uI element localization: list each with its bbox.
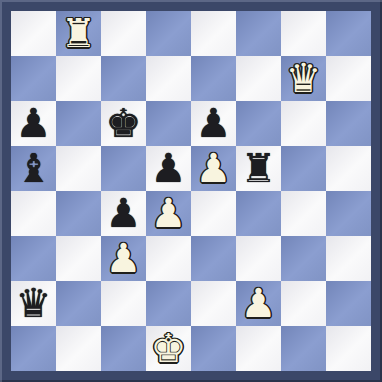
square-c7[interactable] bbox=[101, 56, 146, 101]
black-pawn[interactable]: ♟ bbox=[16, 101, 52, 146]
square-d3[interactable] bbox=[146, 236, 191, 281]
square-g8[interactable] bbox=[281, 11, 326, 56]
board-frame: ♜♛♟♚♟♝♟♟♜♟♟♟♛♟♚ bbox=[0, 0, 382, 382]
square-f5[interactable]: ♜ bbox=[236, 146, 281, 191]
square-d2[interactable] bbox=[146, 281, 191, 326]
square-b7[interactable] bbox=[56, 56, 101, 101]
square-a4[interactable] bbox=[11, 191, 56, 236]
black-bishop[interactable]: ♝ bbox=[16, 146, 52, 191]
square-c6[interactable]: ♚ bbox=[101, 101, 146, 146]
white-pawn[interactable]: ♟ bbox=[241, 281, 277, 326]
square-b1[interactable] bbox=[56, 326, 101, 371]
square-e4[interactable] bbox=[191, 191, 236, 236]
square-g2[interactable] bbox=[281, 281, 326, 326]
square-b3[interactable] bbox=[56, 236, 101, 281]
black-king[interactable]: ♚ bbox=[106, 101, 142, 146]
square-h7[interactable] bbox=[326, 56, 371, 101]
square-f1[interactable] bbox=[236, 326, 281, 371]
square-d7[interactable] bbox=[146, 56, 191, 101]
square-d4[interactable]: ♟ bbox=[146, 191, 191, 236]
black-pawn[interactable]: ♟ bbox=[151, 146, 187, 191]
square-a1[interactable] bbox=[11, 326, 56, 371]
square-b8[interactable]: ♜ bbox=[56, 11, 101, 56]
square-g7[interactable]: ♛ bbox=[281, 56, 326, 101]
black-pawn[interactable]: ♟ bbox=[106, 191, 142, 236]
chess-board: ♜♛♟♚♟♝♟♟♜♟♟♟♛♟♚ bbox=[11, 11, 371, 371]
square-b2[interactable] bbox=[56, 281, 101, 326]
square-g4[interactable] bbox=[281, 191, 326, 236]
square-a5[interactable]: ♝ bbox=[11, 146, 56, 191]
square-d8[interactable] bbox=[146, 11, 191, 56]
square-a7[interactable] bbox=[11, 56, 56, 101]
white-pawn[interactable]: ♟ bbox=[196, 146, 232, 191]
white-king[interactable]: ♚ bbox=[151, 326, 187, 371]
square-f6[interactable] bbox=[236, 101, 281, 146]
square-g3[interactable] bbox=[281, 236, 326, 281]
square-g1[interactable] bbox=[281, 326, 326, 371]
square-e5[interactable]: ♟ bbox=[191, 146, 236, 191]
square-g5[interactable] bbox=[281, 146, 326, 191]
square-h5[interactable] bbox=[326, 146, 371, 191]
white-pawn[interactable]: ♟ bbox=[106, 236, 142, 281]
black-queen[interactable]: ♛ bbox=[16, 281, 52, 326]
square-a6[interactable]: ♟ bbox=[11, 101, 56, 146]
white-pawn[interactable]: ♟ bbox=[151, 191, 187, 236]
square-a2[interactable]: ♛ bbox=[11, 281, 56, 326]
square-h2[interactable] bbox=[326, 281, 371, 326]
square-b6[interactable] bbox=[56, 101, 101, 146]
square-c3[interactable]: ♟ bbox=[101, 236, 146, 281]
square-a8[interactable] bbox=[11, 11, 56, 56]
square-e6[interactable]: ♟ bbox=[191, 101, 236, 146]
square-b5[interactable] bbox=[56, 146, 101, 191]
square-b4[interactable] bbox=[56, 191, 101, 236]
black-rook[interactable]: ♜ bbox=[241, 146, 277, 191]
square-e8[interactable] bbox=[191, 11, 236, 56]
square-f3[interactable] bbox=[236, 236, 281, 281]
square-d1[interactable]: ♚ bbox=[146, 326, 191, 371]
square-e1[interactable] bbox=[191, 326, 236, 371]
square-c1[interactable] bbox=[101, 326, 146, 371]
square-c8[interactable] bbox=[101, 11, 146, 56]
square-f4[interactable] bbox=[236, 191, 281, 236]
square-h3[interactable] bbox=[326, 236, 371, 281]
square-h8[interactable] bbox=[326, 11, 371, 56]
square-c4[interactable]: ♟ bbox=[101, 191, 146, 236]
square-g6[interactable] bbox=[281, 101, 326, 146]
white-rook[interactable]: ♜ bbox=[61, 11, 97, 56]
square-h4[interactable] bbox=[326, 191, 371, 236]
square-d6[interactable] bbox=[146, 101, 191, 146]
square-e3[interactable] bbox=[191, 236, 236, 281]
white-queen[interactable]: ♛ bbox=[286, 56, 322, 101]
square-c2[interactable] bbox=[101, 281, 146, 326]
square-f7[interactable] bbox=[236, 56, 281, 101]
square-e7[interactable] bbox=[191, 56, 236, 101]
square-h1[interactable] bbox=[326, 326, 371, 371]
square-a3[interactable] bbox=[11, 236, 56, 281]
square-c5[interactable] bbox=[101, 146, 146, 191]
square-h6[interactable] bbox=[326, 101, 371, 146]
square-e2[interactable] bbox=[191, 281, 236, 326]
square-f2[interactable]: ♟ bbox=[236, 281, 281, 326]
black-pawn[interactable]: ♟ bbox=[196, 101, 232, 146]
square-d5[interactable]: ♟ bbox=[146, 146, 191, 191]
square-f8[interactable] bbox=[236, 11, 281, 56]
